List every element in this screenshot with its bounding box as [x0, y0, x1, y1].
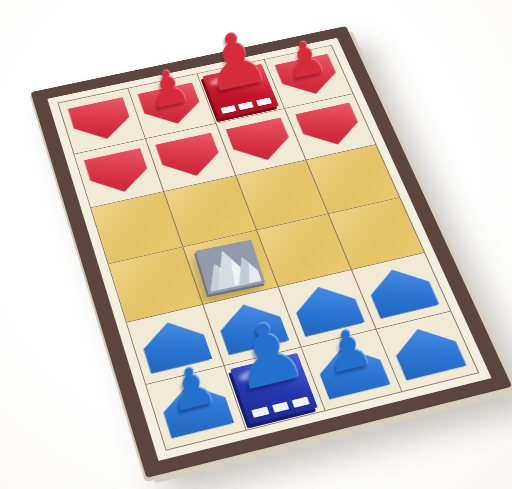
blue-pentagon-tile[interactable] [137, 315, 212, 373]
mountain-icon [195, 240, 265, 295]
game-board: ♟♟♟♟♟♟ [31, 26, 512, 478]
blue-pentagon-tile[interactable] [363, 263, 439, 319]
blurred-text-bar [252, 407, 270, 418]
red-pentagon-tile[interactable] [295, 102, 365, 150]
blurred-text-bar [220, 105, 236, 114]
gloss-highlight [238, 362, 279, 383]
blurred-text-bars [252, 397, 311, 418]
blue-base-tile[interactable] [230, 353, 318, 425]
blue-pentagon-tile[interactable] [157, 377, 235, 438]
photo-backdrop: ♟♟♟♟♟♟ [0, 0, 512, 489]
blurred-text-bar [256, 98, 272, 107]
red-pentagon-tile[interactable] [68, 97, 135, 145]
blurred-text-bar [238, 101, 254, 110]
red-base-tile[interactable] [202, 64, 279, 120]
board-grid: ♟♟♟♟♟♟ [57, 45, 479, 451]
red-pentagon-tile[interactable] [84, 148, 153, 198]
gloss-highlight [209, 71, 245, 87]
red-pentagon-tile[interactable] [226, 117, 296, 166]
blurred-text-bar [292, 397, 310, 408]
blue-pentagon-tile[interactable] [289, 280, 365, 336]
blue-pentagon-tile[interactable] [312, 340, 390, 399]
blue-pentagon-tile[interactable] [214, 298, 290, 355]
blue-pentagon-tile[interactable] [388, 322, 467, 381]
mountain-tile[interactable] [195, 240, 265, 295]
red-pentagon-tile[interactable] [155, 132, 225, 182]
blurred-text-bar [272, 402, 290, 413]
red-pentagon-tile[interactable] [274, 54, 342, 100]
blurred-text-bars [220, 98, 271, 114]
red-pentagon-tile[interactable] [138, 82, 206, 129]
